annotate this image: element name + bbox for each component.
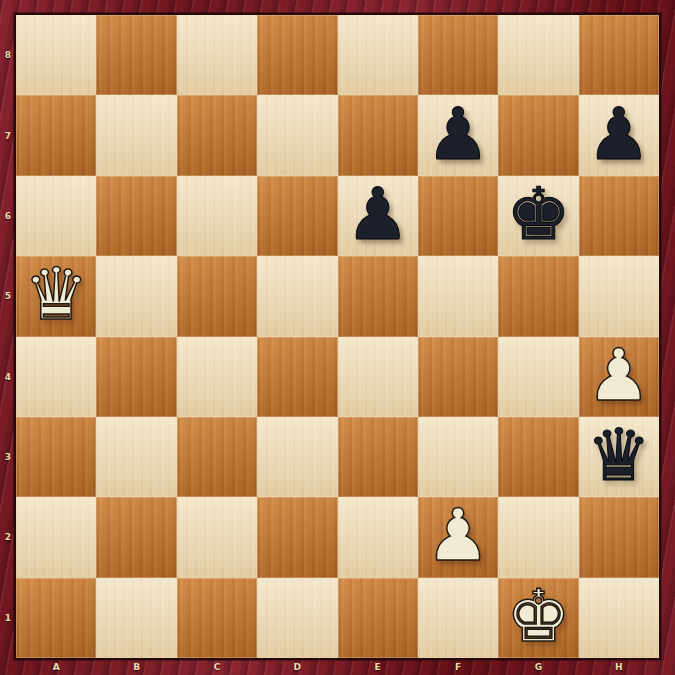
square-f8[interactable] [418,15,498,95]
rank-labels: 87654321 [0,15,16,658]
black-queen[interactable]: ♛ [587,419,652,491]
square-h4[interactable]: ♟ [579,337,659,417]
square-f7[interactable]: ♟ [418,95,498,175]
square-g7[interactable] [498,95,578,175]
square-g3[interactable] [498,417,578,497]
square-d3[interactable] [257,417,337,497]
square-b2[interactable] [96,497,176,577]
rank-label-8: 8 [0,15,16,95]
square-h3[interactable]: ♛ [579,417,659,497]
square-h7[interactable]: ♟ [579,95,659,175]
square-h6[interactable] [579,176,659,256]
square-a4[interactable] [16,337,96,417]
rank-label-7: 7 [0,95,16,175]
square-a7[interactable] [16,95,96,175]
white-king[interactable]: ♚ [506,580,571,652]
file-labels: ABCDEFGH [16,658,659,675]
rank-label-1: 1 [0,578,16,658]
file-label-a: A [16,658,96,675]
square-d5[interactable] [257,256,337,336]
rank-label-4: 4 [0,337,16,417]
square-a3[interactable] [16,417,96,497]
square-h2[interactable] [579,497,659,577]
square-f6[interactable] [418,176,498,256]
board-frame: 87654321 ABCDEFGH ♟♟♟♚♛♟♛♟♚ [0,0,675,675]
white-pawn[interactable]: ♟ [587,339,652,411]
square-h8[interactable] [579,15,659,95]
square-e6[interactable]: ♟ [338,176,418,256]
square-b1[interactable] [96,578,176,658]
square-a5[interactable]: ♛ [16,256,96,336]
square-c1[interactable] [177,578,257,658]
square-e4[interactable] [338,337,418,417]
square-d7[interactable] [257,95,337,175]
square-e3[interactable] [338,417,418,497]
square-c2[interactable] [177,497,257,577]
rank-label-2: 2 [0,497,16,577]
black-pawn[interactable]: ♟ [587,98,652,170]
square-d8[interactable] [257,15,337,95]
square-b3[interactable] [96,417,176,497]
square-a2[interactable] [16,497,96,577]
square-c8[interactable] [177,15,257,95]
square-b5[interactable] [96,256,176,336]
file-label-d: D [257,658,337,675]
square-b8[interactable] [96,15,176,95]
square-c5[interactable] [177,256,257,336]
rank-label-3: 3 [0,417,16,497]
square-f5[interactable] [418,256,498,336]
square-d2[interactable] [257,497,337,577]
square-d4[interactable] [257,337,337,417]
square-c3[interactable] [177,417,257,497]
square-h1[interactable] [579,578,659,658]
square-b7[interactable] [96,95,176,175]
file-label-e: E [338,658,418,675]
square-a6[interactable] [16,176,96,256]
square-c6[interactable] [177,176,257,256]
square-d1[interactable] [257,578,337,658]
square-g2[interactable] [498,497,578,577]
square-e8[interactable] [338,15,418,95]
square-g4[interactable] [498,337,578,417]
square-f1[interactable] [418,578,498,658]
square-e7[interactable] [338,95,418,175]
square-a1[interactable] [16,578,96,658]
square-f4[interactable] [418,337,498,417]
white-pawn[interactable]: ♟ [426,499,491,571]
file-label-c: C [177,658,257,675]
file-label-h: H [579,658,659,675]
file-label-g: G [498,658,578,675]
rank-label-6: 6 [0,176,16,256]
square-b4[interactable] [96,337,176,417]
white-queen[interactable]: ♛ [24,258,89,330]
square-b6[interactable] [96,176,176,256]
rank-label-5: 5 [0,256,16,336]
square-d6[interactable] [257,176,337,256]
square-a8[interactable] [16,15,96,95]
square-c7[interactable] [177,95,257,175]
black-king[interactable]: ♚ [506,178,571,250]
square-e5[interactable] [338,256,418,336]
square-g6[interactable]: ♚ [498,176,578,256]
file-label-f: F [418,658,498,675]
square-g5[interactable] [498,256,578,336]
square-f2[interactable]: ♟ [418,497,498,577]
square-e1[interactable] [338,578,418,658]
file-label-b: B [96,658,176,675]
chess-board: ♟♟♟♚♛♟♛♟♚ [16,15,659,658]
square-g8[interactable] [498,15,578,95]
square-f3[interactable] [418,417,498,497]
black-pawn[interactable]: ♟ [345,178,410,250]
square-g1[interactable]: ♚ [498,578,578,658]
square-e2[interactable] [338,497,418,577]
square-h5[interactable] [579,256,659,336]
square-c4[interactable] [177,337,257,417]
black-pawn[interactable]: ♟ [426,98,491,170]
